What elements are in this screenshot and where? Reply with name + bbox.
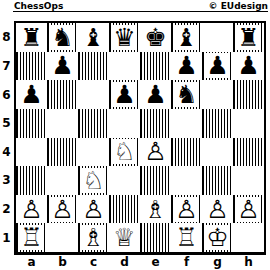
square-h2[interactable]: ♙ xyxy=(233,195,264,224)
square-a8[interactable]: ♜ xyxy=(16,23,47,52)
black-pawn-icon: ♟ xyxy=(143,82,167,107)
square-c2[interactable]: ♙ xyxy=(78,195,109,224)
square-a1[interactable]: ♖ xyxy=(16,223,47,252)
square-a3[interactable] xyxy=(16,166,47,195)
black-king-icon: ♚ xyxy=(143,25,167,50)
rank-label-4: 4 xyxy=(0,138,13,167)
square-f8[interactable]: ♝ xyxy=(171,23,202,52)
square-c6[interactable] xyxy=(78,80,109,109)
rank-label-3: 3 xyxy=(0,166,13,195)
square-b5[interactable] xyxy=(47,109,78,138)
square-g7[interactable]: ♟ xyxy=(202,52,233,81)
square-d4[interactable]: ♘ xyxy=(109,138,140,167)
square-g2[interactable]: ♙ xyxy=(202,195,233,224)
square-e3[interactable] xyxy=(140,166,171,195)
square-d3[interactable] xyxy=(109,166,140,195)
square-d5[interactable] xyxy=(109,109,140,138)
rank-label-5: 5 xyxy=(0,109,13,138)
white-pawn-icon: ♙ xyxy=(174,197,198,222)
square-b6[interactable] xyxy=(47,80,78,109)
square-e1[interactable] xyxy=(140,223,171,252)
rank-labels: 87654321 xyxy=(0,23,13,252)
square-c5[interactable] xyxy=(78,109,109,138)
white-bishop-icon: ♗ xyxy=(81,225,105,250)
rank-label-2: 2 xyxy=(0,195,13,224)
square-f2[interactable]: ♙ xyxy=(171,195,202,224)
file-label-c: c xyxy=(78,255,109,269)
file-label-g: g xyxy=(202,255,233,269)
square-f4[interactable] xyxy=(171,138,202,167)
square-e5[interactable] xyxy=(140,109,171,138)
square-b7[interactable]: ♟ xyxy=(47,52,78,81)
square-h7[interactable]: ♟ xyxy=(233,52,264,81)
black-knight-icon: ♞ xyxy=(174,82,198,107)
square-f3[interactable] xyxy=(171,166,202,195)
square-d2[interactable] xyxy=(109,195,140,224)
white-pawn-icon: ♙ xyxy=(81,197,105,222)
white-pawn-icon: ♙ xyxy=(50,197,74,222)
file-label-a: a xyxy=(16,255,47,269)
square-f1[interactable]: ♖ xyxy=(171,223,202,252)
rank-label-8: 8 xyxy=(0,23,13,52)
chess-board: ♜♞♝♛♚♝♜♟♟♟♟♟♟♟♞♘♙♘♙♙♙♗♙♙♙♖♗♕♖♔ xyxy=(14,21,266,255)
square-g1[interactable]: ♔ xyxy=(202,223,233,252)
file-label-e: e xyxy=(140,255,171,269)
square-b1[interactable] xyxy=(47,223,78,252)
black-pawn-icon: ♟ xyxy=(236,53,260,78)
square-b8[interactable]: ♞ xyxy=(47,23,78,52)
black-pawn-icon: ♟ xyxy=(174,53,198,78)
rank-label-7: 7 xyxy=(0,52,13,81)
white-bishop-icon: ♗ xyxy=(143,197,167,222)
square-b3[interactable] xyxy=(47,166,78,195)
square-h4[interactable] xyxy=(233,138,264,167)
square-c7[interactable] xyxy=(78,52,109,81)
square-e2[interactable]: ♗ xyxy=(140,195,171,224)
square-f6[interactable]: ♞ xyxy=(171,80,202,109)
square-h6[interactable] xyxy=(233,80,264,109)
square-a7[interactable] xyxy=(16,52,47,81)
square-a4[interactable] xyxy=(16,138,47,167)
square-f5[interactable] xyxy=(171,109,202,138)
square-e7[interactable] xyxy=(140,52,171,81)
square-c4[interactable] xyxy=(78,138,109,167)
square-a5[interactable] xyxy=(16,109,47,138)
black-rook-icon: ♜ xyxy=(236,25,260,50)
square-d6[interactable]: ♟ xyxy=(109,80,140,109)
white-queen-icon: ♕ xyxy=(112,225,136,250)
white-king-icon: ♔ xyxy=(205,225,229,250)
square-h8[interactable]: ♜ xyxy=(233,23,264,52)
white-knight-icon: ♘ xyxy=(81,168,105,193)
header-bar: ChessOps © EUdesign xyxy=(0,0,270,12)
square-h3[interactable] xyxy=(233,166,264,195)
square-f7[interactable]: ♟ xyxy=(171,52,202,81)
file-labels: abcdefgh xyxy=(16,255,264,268)
square-g5[interactable] xyxy=(202,109,233,138)
copyright-notice: © EUdesign xyxy=(209,1,268,11)
black-bishop-icon: ♝ xyxy=(174,25,198,50)
rank-label-6: 6 xyxy=(0,80,13,109)
rank-label-1: 1 xyxy=(0,223,13,252)
square-g3[interactable] xyxy=(202,166,233,195)
black-bishop-icon: ♝ xyxy=(81,25,105,50)
square-g6[interactable] xyxy=(202,80,233,109)
square-c8[interactable]: ♝ xyxy=(78,23,109,52)
square-c1[interactable]: ♗ xyxy=(78,223,109,252)
square-e8[interactable]: ♚ xyxy=(140,23,171,52)
square-e4[interactable]: ♙ xyxy=(140,138,171,167)
black-pawn-icon: ♟ xyxy=(205,53,229,78)
square-g4[interactable] xyxy=(202,138,233,167)
file-label-f: f xyxy=(171,255,202,269)
app-title: ChessOps xyxy=(14,1,63,11)
header-divider xyxy=(13,11,268,12)
square-e6[interactable]: ♟ xyxy=(140,80,171,109)
white-pawn-icon: ♙ xyxy=(205,197,229,222)
square-h1[interactable] xyxy=(233,223,264,252)
square-d8[interactable]: ♛ xyxy=(109,23,140,52)
black-pawn-icon: ♟ xyxy=(112,82,136,107)
square-h5[interactable] xyxy=(233,109,264,138)
square-b4[interactable] xyxy=(47,138,78,167)
file-label-d: d xyxy=(109,255,140,269)
square-a6[interactable]: ♟ xyxy=(16,80,47,109)
black-queen-icon: ♛ xyxy=(112,25,136,50)
square-d7[interactable] xyxy=(109,52,140,81)
square-g8[interactable] xyxy=(202,23,233,52)
black-rook-icon: ♜ xyxy=(19,25,43,50)
white-knight-icon: ♘ xyxy=(112,139,136,164)
file-label-h: h xyxy=(233,255,264,269)
white-rook-icon: ♖ xyxy=(174,225,198,250)
white-rook-icon: ♖ xyxy=(19,225,43,250)
white-pawn-icon: ♙ xyxy=(236,197,260,222)
square-a2[interactable]: ♙ xyxy=(16,195,47,224)
black-knight-icon: ♞ xyxy=(50,25,74,50)
square-c3[interactable]: ♘ xyxy=(78,166,109,195)
black-pawn-icon: ♟ xyxy=(50,53,74,78)
square-b2[interactable]: ♙ xyxy=(47,195,78,224)
square-d1[interactable]: ♕ xyxy=(109,223,140,252)
file-label-b: b xyxy=(47,255,78,269)
white-pawn-icon: ♙ xyxy=(143,139,167,164)
white-pawn-icon: ♙ xyxy=(19,197,43,222)
black-pawn-icon: ♟ xyxy=(19,82,43,107)
